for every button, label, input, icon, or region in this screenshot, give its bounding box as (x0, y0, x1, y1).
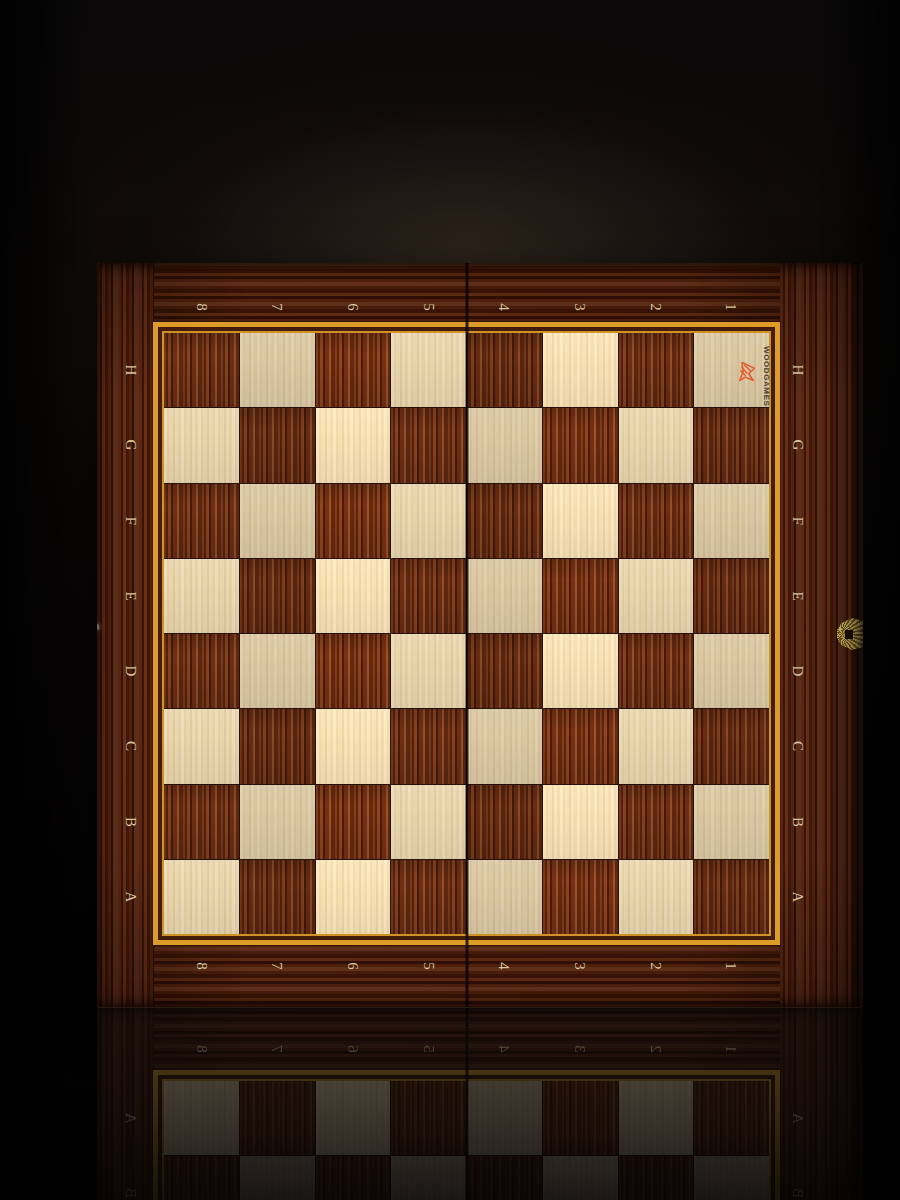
rank-label-top-1: 1 (722, 298, 740, 316)
rank-label-top-6: 6 (344, 298, 362, 316)
square-f5 (391, 484, 466, 558)
rank-label-top-7: 7 (268, 298, 286, 316)
square-a4 (467, 860, 542, 934)
frame-right (780, 1008, 863, 1200)
square-f6 (316, 484, 391, 558)
square-c4 (467, 709, 542, 783)
rank-label-bottom-4: 4 (495, 1040, 513, 1058)
square-h7 (240, 333, 315, 407)
square-b6 (316, 1156, 391, 1200)
square-h4 (467, 333, 542, 407)
square-a6 (316, 860, 391, 934)
square-a3 (543, 1081, 618, 1155)
file-label-left-C: C (122, 737, 140, 755)
chess-board: 8 7 6 5 4 3 2 1 8 7 6 5 4 3 2 1 H G F E … (97, 263, 863, 1007)
file-label-left-E: E (122, 587, 140, 605)
square-b2 (619, 1156, 694, 1200)
square-f7 (240, 484, 315, 558)
woodgames-logo-text: WOODGAMES (762, 346, 771, 404)
rank-label-bottom-3: 3 (571, 957, 589, 975)
rank-label-bottom-5: 5 (420, 1040, 438, 1058)
frame-bottom (154, 1008, 780, 1070)
square-a7 (240, 860, 315, 934)
square-e5 (391, 559, 466, 633)
rank-label-top-4: 4 (495, 298, 513, 316)
square-a2 (619, 1081, 694, 1155)
chess-board-mirrored: 8 7 6 5 4 3 2 1 8 7 6 5 4 3 2 1 H G F E … (97, 1008, 863, 1200)
square-e1 (694, 559, 769, 633)
square-g3 (543, 408, 618, 482)
file-label-right-B: B (789, 813, 807, 831)
square-c1 (694, 709, 769, 783)
square-h8 (164, 333, 239, 407)
playing-grid (164, 1081, 769, 1200)
square-c5 (391, 709, 466, 783)
frame-left (97, 1008, 154, 1200)
square-f8 (164, 484, 239, 558)
rank-label-top-8: 8 (193, 298, 211, 316)
file-label-right-D: D (789, 662, 807, 680)
square-d6 (316, 634, 391, 708)
rank-label-bottom-7: 7 (268, 957, 286, 975)
file-label-left-A: A (122, 1109, 140, 1127)
square-a7 (240, 1081, 315, 1155)
square-a2 (619, 860, 694, 934)
rank-label-top-3: 3 (571, 298, 589, 316)
square-d2 (619, 634, 694, 708)
square-d5 (391, 634, 466, 708)
square-e7 (240, 559, 315, 633)
square-a1 (694, 860, 769, 934)
square-d8 (164, 634, 239, 708)
square-g1 (694, 408, 769, 482)
playing-grid (164, 333, 769, 934)
file-label-right-B: B (789, 1185, 807, 1200)
rank-label-bottom-2: 2 (647, 1040, 665, 1058)
playing-field-border (153, 1070, 780, 1200)
square-b1 (694, 785, 769, 859)
playing-field-inner-border (162, 331, 771, 936)
square-d7 (240, 634, 315, 708)
rank-label-top-2: 2 (647, 298, 665, 316)
file-label-left-F: F (122, 512, 140, 530)
board-reflection: 8 7 6 5 4 3 2 1 8 7 6 5 4 3 2 1 H G F E … (97, 1008, 863, 1200)
square-d3 (543, 634, 618, 708)
square-f1 (694, 484, 769, 558)
woodgames-origami-knight-icon (733, 358, 760, 385)
rank-label-bottom-8: 8 (193, 957, 211, 975)
square-g4 (467, 408, 542, 482)
square-b7 (240, 1156, 315, 1200)
square-g7 (240, 408, 315, 482)
file-label-right-A: A (789, 888, 807, 906)
square-a8 (164, 860, 239, 934)
file-label-left-B: B (122, 1185, 140, 1200)
square-b4 (467, 1156, 542, 1200)
file-label-right-A: A (789, 1109, 807, 1127)
square-c3 (543, 709, 618, 783)
square-b8 (164, 1156, 239, 1200)
square-e2 (619, 559, 694, 633)
square-b4 (467, 785, 542, 859)
square-g8 (164, 408, 239, 482)
square-c7 (240, 709, 315, 783)
file-label-right-C: C (789, 737, 807, 755)
rank-label-bottom-3: 3 (571, 1040, 589, 1058)
square-h5 (391, 333, 466, 407)
square-c8 (164, 709, 239, 783)
rank-label-bottom-1: 1 (722, 957, 740, 975)
file-label-left-A: A (122, 888, 140, 906)
square-b5 (391, 1156, 466, 1200)
playing-field-inner-border (162, 1079, 771, 1200)
frame-top (154, 263, 780, 322)
square-b1 (694, 1156, 769, 1200)
square-f4 (467, 484, 542, 558)
square-b6 (316, 785, 391, 859)
square-a1 (694, 1081, 769, 1155)
rank-label-bottom-6: 6 (344, 957, 362, 975)
playing-field-border (153, 322, 780, 945)
square-a8 (164, 1081, 239, 1155)
square-a5 (391, 860, 466, 934)
square-e6 (316, 559, 391, 633)
square-b2 (619, 785, 694, 859)
rank-label-bottom-7: 7 (268, 1040, 286, 1058)
square-h2 (619, 333, 694, 407)
square-c6 (316, 709, 391, 783)
square-g6 (316, 408, 391, 482)
square-b3 (543, 785, 618, 859)
square-b7 (240, 785, 315, 859)
square-a4 (467, 1081, 542, 1155)
square-c2 (619, 709, 694, 783)
square-d4 (467, 634, 542, 708)
woodgames-logo: WOODGAMES (695, 338, 771, 406)
file-label-left-G: G (122, 436, 140, 454)
rank-label-bottom-2: 2 (647, 957, 665, 975)
file-label-right-F: F (789, 512, 807, 530)
square-g2 (619, 408, 694, 482)
rank-label-bottom-1: 1 (722, 1040, 740, 1058)
square-h6 (316, 333, 391, 407)
square-a5 (391, 1081, 466, 1155)
square-h3 (543, 333, 618, 407)
square-f2 (619, 484, 694, 558)
file-label-left-H: H (122, 361, 140, 379)
square-a3 (543, 860, 618, 934)
file-label-right-G: G (789, 436, 807, 454)
square-d1 (694, 634, 769, 708)
rank-label-bottom-4: 4 (495, 957, 513, 975)
product-photo-scene: 8 7 6 5 4 3 2 1 8 7 6 5 4 3 2 1 H G F E … (0, 0, 900, 1200)
square-e3 (543, 559, 618, 633)
file-label-left-D: D (122, 662, 140, 680)
rank-label-bottom-6: 6 (344, 1040, 362, 1058)
rank-label-bottom-8: 8 (193, 1040, 211, 1058)
file-label-left-B: B (122, 813, 140, 831)
square-b5 (391, 785, 466, 859)
file-label-right-E: E (789, 587, 807, 605)
rank-label-top-5: 5 (420, 298, 438, 316)
square-b3 (543, 1156, 618, 1200)
square-a6 (316, 1081, 391, 1155)
square-g5 (391, 408, 466, 482)
square-b8 (164, 785, 239, 859)
file-label-right-H: H (789, 361, 807, 379)
square-e8 (164, 559, 239, 633)
rank-label-bottom-5: 5 (420, 957, 438, 975)
square-f3 (543, 484, 618, 558)
frame-bottom (154, 945, 780, 1007)
square-e4 (467, 559, 542, 633)
